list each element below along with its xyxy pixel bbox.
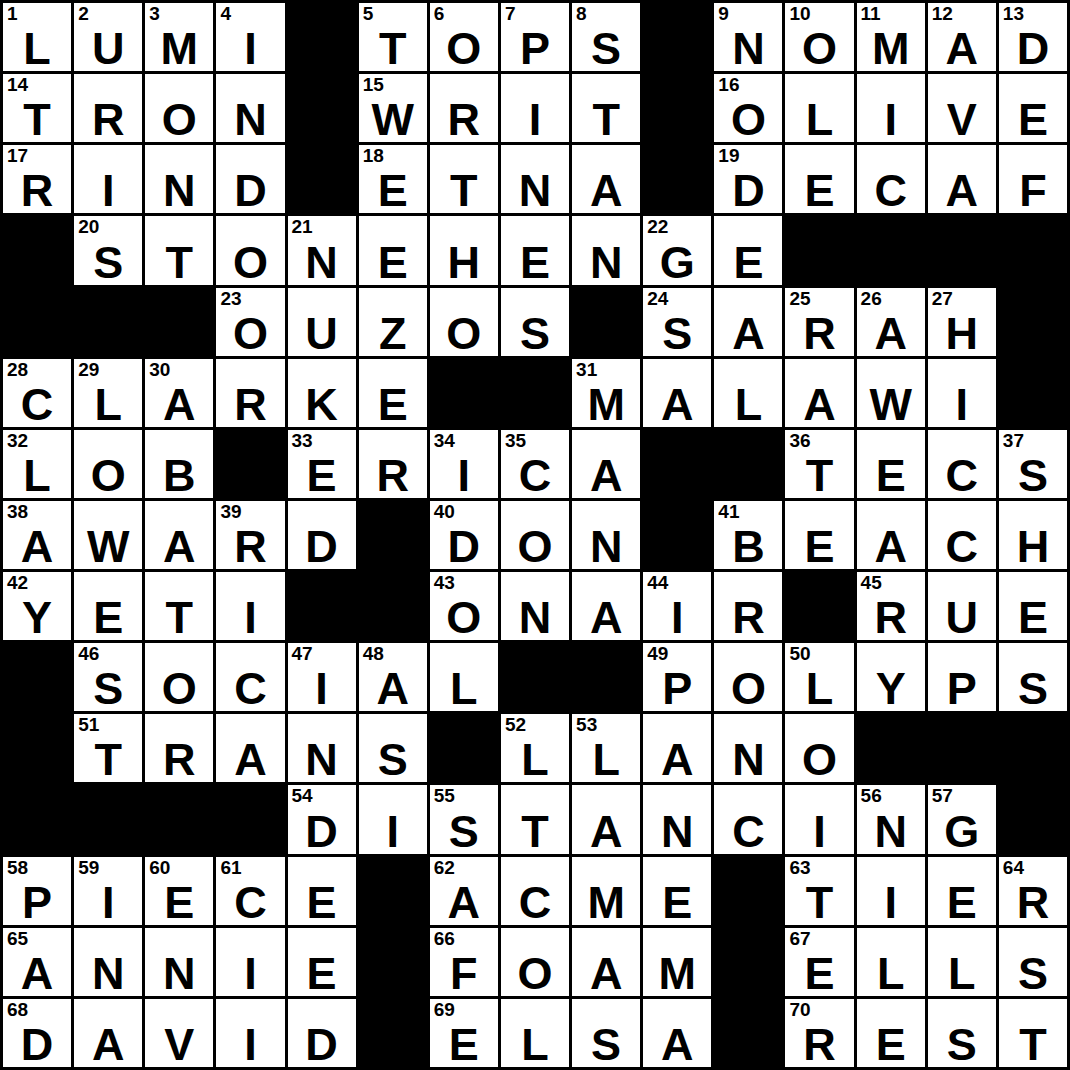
cell-r14c3[interactable]: N (145, 928, 213, 996)
cell-r14c14[interactable]: L (928, 928, 996, 996)
cell-r1c3[interactable]: 3M (145, 3, 213, 71)
cell-r8c2[interactable]: W (74, 501, 142, 569)
cell-letter: I (216, 951, 284, 996)
clue-number: 55 (434, 786, 455, 806)
cell-r5c7[interactable]: O (430, 288, 498, 356)
cell-letter: L (501, 737, 569, 782)
cell-letter: E (501, 240, 569, 285)
clue-number: 68 (7, 1000, 28, 1020)
black-cell-r5c15 (999, 288, 1067, 356)
cell-r10c6[interactable]: 48A (359, 643, 427, 711)
black-cell-r4c14 (928, 216, 996, 284)
cell-letter: B (714, 524, 782, 569)
cell-r8c3[interactable]: A (145, 501, 213, 569)
cell-r11c6[interactable]: S (359, 714, 427, 782)
cell-letter: C (216, 666, 284, 711)
cell-r10c11[interactable]: O (714, 643, 782, 711)
cell-r5c4[interactable]: 23O (216, 288, 284, 356)
cell-r12c12[interactable]: I (785, 785, 853, 853)
cell-r14c1[interactable]: 65A (3, 928, 71, 996)
cell-r2c9[interactable]: T (572, 74, 640, 142)
cell-r15c2[interactable]: A (74, 999, 142, 1067)
cell-letter: L (74, 382, 142, 427)
cell-r4c9[interactable]: N (572, 216, 640, 284)
cell-letter: I (288, 666, 356, 711)
cell-letter: T (359, 26, 427, 71)
cell-letter: I (359, 809, 427, 854)
clue-number: 33 (292, 431, 313, 451)
cell-letter: E (288, 453, 356, 498)
cell-r1c14[interactable]: 12A (928, 3, 996, 71)
cell-r14c13[interactable]: L (857, 928, 925, 996)
cell-r15c12[interactable]: 70R (785, 999, 853, 1067)
cell-r3c14[interactable]: A (928, 145, 996, 213)
cell-r4c7[interactable]: H (430, 216, 498, 284)
cell-r3c12[interactable]: E (785, 145, 853, 213)
cell-letter: E (785, 951, 853, 996)
cell-letter: N (714, 26, 782, 71)
cell-r8c5[interactable]: D (288, 501, 356, 569)
cell-letter: H (999, 524, 1067, 569)
cell-r13c5[interactable]: E (288, 857, 356, 925)
cell-r5c10[interactable]: 24S (643, 288, 711, 356)
cell-r13c14[interactable]: E (928, 857, 996, 925)
cell-r8c13[interactable]: A (857, 501, 925, 569)
cell-r1c15[interactable]: 13D (999, 3, 1067, 71)
cell-r8c8[interactable]: O (501, 501, 569, 569)
black-cell-r6c15 (999, 359, 1067, 427)
cell-r2c15[interactable]: E (999, 74, 1067, 142)
clue-number: 47 (292, 644, 313, 664)
clue-number: 11 (861, 4, 881, 24)
cell-r7c2[interactable]: O (74, 430, 142, 498)
black-cell-r4c12 (785, 216, 853, 284)
cell-letter: C (928, 524, 996, 569)
cell-r1c4[interactable]: 4I (216, 3, 284, 71)
cell-letter: R (3, 168, 71, 213)
cell-letter: D (288, 524, 356, 569)
cell-letter: R (714, 595, 782, 640)
cell-r9c15[interactable]: E (999, 572, 1067, 640)
black-cell-r6c8 (501, 359, 569, 427)
cell-r7c3[interactable]: B (145, 430, 213, 498)
cell-r9c14[interactable]: U (928, 572, 996, 640)
cell-r15c7[interactable]: 69E (430, 999, 498, 1067)
cell-r10c15[interactable]: S (999, 643, 1067, 711)
cell-letter: R (216, 524, 284, 569)
cell-letter: Y (857, 666, 925, 711)
cell-letter: N (288, 240, 356, 285)
clue-number: 30 (149, 360, 170, 380)
cell-r8c7[interactable]: 40D (430, 501, 498, 569)
cell-r13c13[interactable]: I (857, 857, 925, 925)
cell-r4c2[interactable]: 20S (74, 216, 142, 284)
cell-r3c15[interactable]: F (999, 145, 1067, 213)
cell-letter: D (288, 1022, 356, 1067)
cell-r6c3[interactable]: 30A (145, 359, 213, 427)
cell-r9c10[interactable]: 44I (643, 572, 711, 640)
cell-r8c11[interactable]: 41B (714, 501, 782, 569)
cell-r12c6[interactable]: I (359, 785, 427, 853)
cell-r8c12[interactable]: E (785, 501, 853, 569)
cell-r11c11[interactable]: N (714, 714, 782, 782)
cell-r1c12[interactable]: 10O (785, 3, 853, 71)
cell-r11c10[interactable]: A (643, 714, 711, 782)
cell-r15c14[interactable]: S (928, 999, 996, 1067)
cell-letter: I (216, 26, 284, 71)
cell-r14c8[interactable]: O (501, 928, 569, 996)
cell-r10c10[interactable]: 49P (643, 643, 711, 711)
black-cell-r9c5 (288, 572, 356, 640)
cell-r3c9[interactable]: A (572, 145, 640, 213)
cell-letter: L (785, 97, 853, 142)
cell-r7c8[interactable]: 35C (501, 430, 569, 498)
cell-letter: T (145, 240, 213, 285)
cell-r13c15[interactable]: 64R (999, 857, 1067, 925)
clue-number: 26 (861, 289, 882, 309)
cell-r3c8[interactable]: N (501, 145, 569, 213)
cell-r11c4[interactable]: A (216, 714, 284, 782)
cell-r14c5[interactable]: E (288, 928, 356, 996)
cell-r6c2[interactable]: 29L (74, 359, 142, 427)
cell-r2c4[interactable]: N (216, 74, 284, 142)
cell-r2c12[interactable]: L (785, 74, 853, 142)
cell-r4c3[interactable]: T (145, 216, 213, 284)
cell-letter: A (643, 382, 711, 427)
cell-r10c12[interactable]: 50L (785, 643, 853, 711)
cell-r6c6[interactable]: E (359, 359, 427, 427)
clue-number: 61 (220, 858, 241, 878)
clue-number: 37 (1003, 431, 1024, 451)
clue-number: 31 (576, 360, 597, 380)
cell-letter: D (3, 1022, 71, 1067)
cell-letter: C (3, 382, 71, 427)
cell-r5c6[interactable]: Z (359, 288, 427, 356)
clue-number: 2 (78, 4, 89, 24)
cell-letter: P (3, 880, 71, 925)
clue-number: 69 (434, 1000, 455, 1020)
cell-r3c2[interactable]: I (74, 145, 142, 213)
cell-letter: Z (359, 311, 427, 356)
cell-letter: L (785, 666, 853, 711)
cell-letter: H (430, 240, 498, 285)
cell-r10c2[interactable]: 46S (74, 643, 142, 711)
black-cell-r9c12 (785, 572, 853, 640)
cell-letter: A (145, 382, 213, 427)
black-cell-r15c6 (359, 999, 427, 1067)
cell-letter: I (216, 595, 284, 640)
cell-r9c4[interactable]: I (216, 572, 284, 640)
cell-letter: O (145, 97, 213, 142)
cell-r6c13[interactable]: W (857, 359, 925, 427)
clue-number: 14 (7, 75, 28, 95)
cell-letter: K (288, 382, 356, 427)
cell-letter: N (501, 595, 569, 640)
cell-r11c3[interactable]: R (145, 714, 213, 782)
black-cell-r8c6 (359, 501, 427, 569)
cell-r1c6[interactable]: 5T (359, 3, 427, 71)
cell-letter: A (359, 666, 427, 711)
clue-number: 44 (647, 573, 668, 593)
black-cell-r2c10 (643, 74, 711, 142)
cell-letter: R (999, 880, 1067, 925)
cell-letter: C (857, 168, 925, 213)
cell-r15c15[interactable]: T (999, 999, 1067, 1067)
cell-r8c15[interactable]: H (999, 501, 1067, 569)
black-cell-r12c2 (74, 785, 142, 853)
cell-letter: D (216, 168, 284, 213)
cell-r10c14[interactable]: P (928, 643, 996, 711)
cell-letter: N (501, 168, 569, 213)
cell-r12c5[interactable]: 54D (288, 785, 356, 853)
cell-r3c7[interactable]: T (430, 145, 498, 213)
cell-r7c13[interactable]: E (857, 430, 925, 498)
cell-r4c10[interactable]: 22G (643, 216, 711, 284)
cell-letter: O (714, 97, 782, 142)
cell-r10c3[interactable]: O (145, 643, 213, 711)
clue-number: 1 (7, 4, 18, 24)
cell-r5c11[interactable]: A (714, 288, 782, 356)
cell-r4c11[interactable]: E (714, 216, 782, 284)
cell-letter: E (145, 880, 213, 925)
cell-r11c8[interactable]: 52L (501, 714, 569, 782)
cell-letter: D (430, 524, 498, 569)
cell-r10c7[interactable]: L (430, 643, 498, 711)
cell-letter: I (74, 880, 142, 925)
cell-r12c10[interactable]: N (643, 785, 711, 853)
cell-r7c6[interactable]: R (359, 430, 427, 498)
cell-r2c13[interactable]: I (857, 74, 925, 142)
cell-r2c3[interactable]: O (145, 74, 213, 142)
cell-r7c1[interactable]: 32L (3, 430, 71, 498)
cell-letter: E (857, 453, 925, 498)
cell-letter: E (430, 1022, 498, 1067)
cell-letter: R (430, 97, 498, 142)
cell-letter: M (572, 382, 640, 427)
cell-r11c5[interactable]: N (288, 714, 356, 782)
black-cell-r14c11 (714, 928, 782, 996)
cell-r7c14[interactable]: C (928, 430, 996, 498)
cell-r9c2[interactable]: E (74, 572, 142, 640)
cell-r10c5[interactable]: 47I (288, 643, 356, 711)
cell-r5c8[interactable]: S (501, 288, 569, 356)
cell-r2c11[interactable]: 16O (714, 74, 782, 142)
cell-r12c9[interactable]: A (572, 785, 640, 853)
cell-r9c8[interactable]: N (501, 572, 569, 640)
cell-letter: A (572, 595, 640, 640)
cell-letter: O (430, 311, 498, 356)
cell-r15c9[interactable]: S (572, 999, 640, 1067)
cell-r13c7[interactable]: 62A (430, 857, 498, 925)
cell-r5c5[interactable]: U (288, 288, 356, 356)
cell-r13c10[interactable]: E (643, 857, 711, 925)
cell-letter: R (785, 1022, 853, 1067)
clue-number: 25 (789, 289, 810, 309)
cell-letter: W (74, 524, 142, 569)
cell-r8c1[interactable]: 38A (3, 501, 71, 569)
cell-r4c5[interactable]: 21N (288, 216, 356, 284)
cell-r8c4[interactable]: 39R (216, 501, 284, 569)
cell-letter: M (857, 26, 925, 71)
cell-letter: Y (3, 595, 71, 640)
cell-r14c7[interactable]: 66F (430, 928, 498, 996)
cell-letter: T (145, 595, 213, 640)
cell-r13c3[interactable]: 60E (145, 857, 213, 925)
cell-r13c9[interactable]: M (572, 857, 640, 925)
cell-r6c9[interactable]: 31M (572, 359, 640, 427)
cell-r14c9[interactable]: A (572, 928, 640, 996)
cell-r3c11[interactable]: 19D (714, 145, 782, 213)
cell-letter: B (145, 453, 213, 498)
cell-r1c9[interactable]: 8S (572, 3, 640, 71)
cell-r12c8[interactable]: T (501, 785, 569, 853)
clue-number: 40 (434, 502, 455, 522)
cell-letter: S (572, 26, 640, 71)
cell-letter: S (501, 311, 569, 356)
cell-r9c3[interactable]: T (145, 572, 213, 640)
black-cell-r13c6 (359, 857, 427, 925)
cell-r1c7[interactable]: 6O (430, 3, 498, 71)
cell-r7c9[interactable]: A (572, 430, 640, 498)
cell-r2c8[interactable]: I (501, 74, 569, 142)
cell-r8c14[interactable]: C (928, 501, 996, 569)
cell-r2c14[interactable]: V (928, 74, 996, 142)
cell-r7c15[interactable]: 37S (999, 430, 1067, 498)
cell-r2c6[interactable]: 15W (359, 74, 427, 142)
cell-r1c1[interactable]: 1L (3, 3, 71, 71)
cell-r7c12[interactable]: 36T (785, 430, 853, 498)
cell-letter: O (216, 311, 284, 356)
clue-number: 45 (861, 573, 882, 593)
cell-r6c14[interactable]: I (928, 359, 996, 427)
cell-r14c15[interactable]: S (999, 928, 1067, 996)
cell-letter: O (145, 666, 213, 711)
cell-r12c7[interactable]: 55S (430, 785, 498, 853)
cell-r9c13[interactable]: 45R (857, 572, 925, 640)
cell-r2c1[interactable]: 14T (3, 74, 71, 142)
cell-r3c13[interactable]: C (857, 145, 925, 213)
cell-r9c7[interactable]: 43O (430, 572, 498, 640)
cell-letter: A (928, 26, 996, 71)
cell-r10c13[interactable]: Y (857, 643, 925, 711)
black-cell-r1c5 (288, 3, 356, 71)
cell-r13c1[interactable]: 58P (3, 857, 71, 925)
cell-letter: I (785, 809, 853, 854)
cell-r13c12[interactable]: 63T (785, 857, 853, 925)
cell-r9c9[interactable]: A (572, 572, 640, 640)
cell-letter: A (3, 951, 71, 996)
cell-r13c8[interactable]: C (501, 857, 569, 925)
cell-r2c7[interactable]: R (430, 74, 498, 142)
cell-r1c2[interactable]: 2U (74, 3, 142, 71)
cell-r15c10[interactable]: A (643, 999, 711, 1067)
cell-letter: C (714, 809, 782, 854)
cell-r12c14[interactable]: 57G (928, 785, 996, 853)
cell-letter: T (785, 453, 853, 498)
cell-letter: I (643, 595, 711, 640)
cell-r7c7[interactable]: 34I (430, 430, 498, 498)
cell-letter: S (999, 951, 1067, 996)
cell-r15c13[interactable]: E (857, 999, 925, 1067)
cell-r6c10[interactable]: A (643, 359, 711, 427)
black-cell-r11c7 (430, 714, 498, 782)
cell-r13c4[interactable]: 61C (216, 857, 284, 925)
cell-r15c5[interactable]: D (288, 999, 356, 1067)
cell-letter: I (501, 97, 569, 142)
cell-r14c4[interactable]: I (216, 928, 284, 996)
black-cell-r4c1 (3, 216, 71, 284)
cell-r12c11[interactable]: C (714, 785, 782, 853)
cell-letter: L (928, 951, 996, 996)
cell-r4c4[interactable]: O (216, 216, 284, 284)
cell-letter: L (857, 951, 925, 996)
cell-r3c3[interactable]: N (145, 145, 213, 213)
cell-letter: L (714, 382, 782, 427)
cell-letter: O (216, 240, 284, 285)
cell-letter: S (643, 311, 711, 356)
black-cell-r1c10 (643, 3, 711, 71)
cell-r15c1[interactable]: 68D (3, 999, 71, 1067)
cell-r6c1[interactable]: 28C (3, 359, 71, 427)
cell-r6c5[interactable]: K (288, 359, 356, 427)
cell-r1c13[interactable]: 11M (857, 3, 925, 71)
cell-r3c4[interactable]: D (216, 145, 284, 213)
cell-r4c6[interactable]: E (359, 216, 427, 284)
cell-letter: S (74, 666, 142, 711)
cell-r1c8[interactable]: 7P (501, 3, 569, 71)
clue-number: 56 (861, 786, 882, 806)
cell-r11c9[interactable]: 53L (572, 714, 640, 782)
cell-r5c12[interactable]: 25R (785, 288, 853, 356)
clue-number: 54 (292, 786, 313, 806)
cell-r8c9[interactable]: N (572, 501, 640, 569)
clue-number: 19 (718, 146, 739, 166)
cell-r9c11[interactable]: R (714, 572, 782, 640)
cell-r13c2[interactable]: 59I (74, 857, 142, 925)
cell-r7c5[interactable]: 33E (288, 430, 356, 498)
cell-r9c1[interactable]: 42Y (3, 572, 71, 640)
cell-r2c2[interactable]: R (74, 74, 142, 142)
cell-r5c14[interactable]: 27H (928, 288, 996, 356)
cell-r11c2[interactable]: 51T (74, 714, 142, 782)
cell-r14c10[interactable]: M (643, 928, 711, 996)
cell-r6c11[interactable]: L (714, 359, 782, 427)
black-cell-r5c9 (572, 288, 640, 356)
cell-letter: U (928, 595, 996, 640)
cell-r10c4[interactable]: C (216, 643, 284, 711)
cell-r6c12[interactable]: A (785, 359, 853, 427)
cell-r5c13[interactable]: 26A (857, 288, 925, 356)
cell-letter: N (145, 168, 213, 213)
cell-r6c4[interactable]: R (216, 359, 284, 427)
cell-r3c1[interactable]: 17R (3, 145, 71, 213)
cell-letter: E (359, 240, 427, 285)
cell-r15c4[interactable]: I (216, 999, 284, 1067)
cell-r15c3[interactable]: V (145, 999, 213, 1067)
cell-r15c8[interactable]: L (501, 999, 569, 1067)
cell-r14c12[interactable]: 67E (785, 928, 853, 996)
cell-r14c2[interactable]: N (74, 928, 142, 996)
cell-r11c12[interactable]: O (785, 714, 853, 782)
cell-r3c6[interactable]: 18E (359, 145, 427, 213)
cell-letter: F (430, 951, 498, 996)
cell-r4c8[interactable]: E (501, 216, 569, 284)
cell-letter: D (714, 168, 782, 213)
cell-letter: O (785, 26, 853, 71)
cell-r12c13[interactable]: 56N (857, 785, 925, 853)
cell-r1c11[interactable]: 9N (714, 3, 782, 71)
black-cell-r11c15 (999, 714, 1067, 782)
